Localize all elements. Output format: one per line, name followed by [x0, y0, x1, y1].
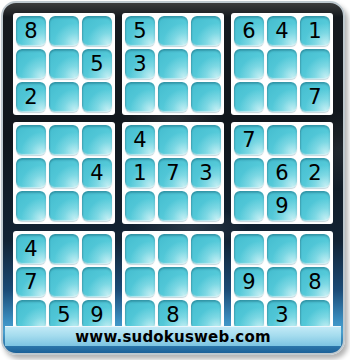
cell-r7c2[interactable]	[49, 234, 79, 264]
cell-r6c9[interactable]	[300, 191, 330, 221]
cell-r7c1: 4	[16, 234, 46, 264]
cell-r8c8[interactable]	[267, 267, 297, 297]
cell-r4c5[interactable]	[158, 125, 188, 155]
cell-r4c9[interactable]	[300, 125, 330, 155]
cell-r4c8[interactable]	[267, 125, 297, 155]
cell-r8c3[interactable]	[82, 267, 112, 297]
box-5: 4173	[122, 122, 224, 224]
cell-r5c5: 7	[158, 158, 188, 188]
cell-r5c7[interactable]	[234, 158, 264, 188]
sudoku-page: 85253641744173762947598983 www.sudokuswe…	[0, 0, 350, 360]
cell-r6c7[interactable]	[234, 191, 264, 221]
cell-r3c9: 7	[300, 82, 330, 112]
cell-r4c6[interactable]	[191, 125, 221, 155]
cell-r6c5[interactable]	[158, 191, 188, 221]
cell-r5c2[interactable]	[49, 158, 79, 188]
cell-r6c3[interactable]	[82, 191, 112, 221]
cell-r5c8: 6	[267, 158, 297, 188]
cell-r4c2[interactable]	[49, 125, 79, 155]
cell-r8c2[interactable]	[49, 267, 79, 297]
cell-r4c4: 4	[125, 125, 155, 155]
box-4: 4	[13, 122, 115, 224]
cell-r6c1[interactable]	[16, 191, 46, 221]
cell-r2c9[interactable]	[300, 49, 330, 79]
cell-r8c1: 7	[16, 267, 46, 297]
cell-r2c3: 5	[82, 49, 112, 79]
box-7: 4759	[13, 231, 115, 333]
cell-r2c8[interactable]	[267, 49, 297, 79]
cell-r7c5[interactable]	[158, 234, 188, 264]
cell-r1c7: 6	[234, 16, 264, 46]
cell-r5c4: 1	[125, 158, 155, 188]
cell-r3c3[interactable]	[82, 82, 112, 112]
box-6: 7629	[231, 122, 333, 224]
footer-band: www.sudokusweb.com	[5, 326, 341, 346]
cell-r4c7: 7	[234, 125, 264, 155]
cell-r2c1[interactable]	[16, 49, 46, 79]
cell-r3c8[interactable]	[267, 82, 297, 112]
cell-r6c2[interactable]	[49, 191, 79, 221]
cell-r8c7: 9	[234, 267, 264, 297]
box-1: 852	[13, 13, 115, 115]
sudoku-board: 85253641744173762947598983	[13, 13, 333, 333]
box-2: 53	[122, 13, 224, 115]
cell-r2c4: 3	[125, 49, 155, 79]
cell-r7c8[interactable]	[267, 234, 297, 264]
cell-r6c4[interactable]	[125, 191, 155, 221]
cell-r3c4[interactable]	[125, 82, 155, 112]
cell-r5c9: 2	[300, 158, 330, 188]
cell-r1c1: 8	[16, 16, 46, 46]
cell-r7c9[interactable]	[300, 234, 330, 264]
cell-r2c2[interactable]	[49, 49, 79, 79]
cell-r1c9: 1	[300, 16, 330, 46]
cell-r3c2[interactable]	[49, 82, 79, 112]
cell-r1c2[interactable]	[49, 16, 79, 46]
cell-r8c6[interactable]	[191, 267, 221, 297]
cell-r7c6[interactable]	[191, 234, 221, 264]
cell-r2c7[interactable]	[234, 49, 264, 79]
cell-r8c4[interactable]	[125, 267, 155, 297]
cell-r1c5[interactable]	[158, 16, 188, 46]
cell-r3c1: 2	[16, 82, 46, 112]
cell-r4c1[interactable]	[16, 125, 46, 155]
cell-r3c6[interactable]	[191, 82, 221, 112]
cell-r5c6: 3	[191, 158, 221, 188]
cell-r3c5[interactable]	[158, 82, 188, 112]
cell-r1c4: 5	[125, 16, 155, 46]
cell-r7c7[interactable]	[234, 234, 264, 264]
cell-r2c6[interactable]	[191, 49, 221, 79]
box-8: 8	[122, 231, 224, 333]
board-frame: 85253641744173762947598983 www.sudokuswe…	[1, 1, 345, 355]
cell-r3c7[interactable]	[234, 82, 264, 112]
website-url-text: www.sudokusweb.com	[75, 328, 270, 346]
box-3: 6417	[231, 13, 333, 115]
box-9: 983	[231, 231, 333, 333]
cell-r1c8: 4	[267, 16, 297, 46]
cell-r1c3[interactable]	[82, 16, 112, 46]
cell-r7c3[interactable]	[82, 234, 112, 264]
cell-r5c1[interactable]	[16, 158, 46, 188]
cell-r8c9: 8	[300, 267, 330, 297]
cell-r7c4[interactable]	[125, 234, 155, 264]
cell-r2c5[interactable]	[158, 49, 188, 79]
cell-r6c6[interactable]	[191, 191, 221, 221]
cell-r8c5[interactable]	[158, 267, 188, 297]
cell-r1c6[interactable]	[191, 16, 221, 46]
cell-r5c3: 4	[82, 158, 112, 188]
cell-r6c8: 9	[267, 191, 297, 221]
cell-r4c3[interactable]	[82, 125, 112, 155]
